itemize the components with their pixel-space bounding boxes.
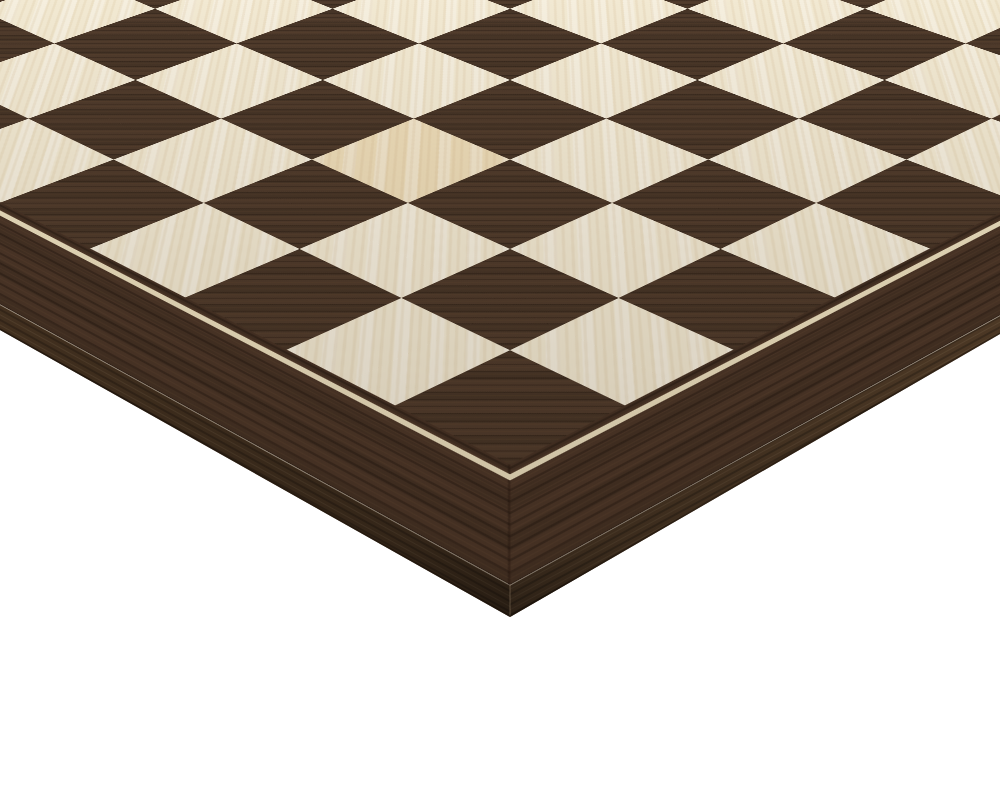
frame-miter-seam <box>508 465 510 586</box>
board-photo <box>0 0 1000 800</box>
